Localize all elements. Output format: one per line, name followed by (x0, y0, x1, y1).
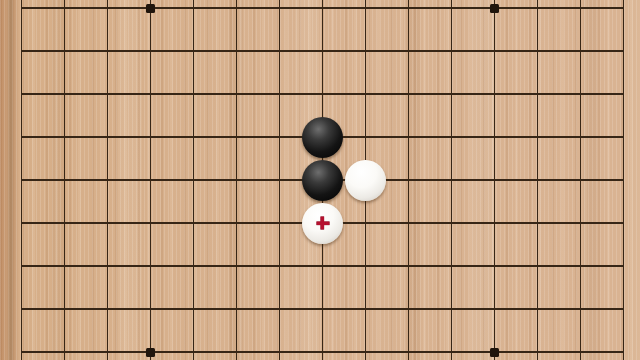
last-move-cross-icon (316, 217, 329, 230)
grid-line-horizontal (21, 7, 625, 9)
grid-line-horizontal (21, 93, 625, 95)
star-point (146, 348, 155, 357)
black-stone (302, 117, 343, 158)
white-stone (302, 203, 343, 244)
white-stone (345, 160, 386, 201)
star-point (490, 348, 499, 357)
grid-line-horizontal (21, 308, 625, 310)
grid-line-horizontal (21, 351, 625, 353)
black-stone (302, 160, 343, 201)
board (0, 0, 640, 360)
star-point (490, 4, 499, 13)
grid-line-horizontal (21, 265, 625, 267)
grid-line-horizontal (21, 50, 625, 52)
board-grid[interactable] (0, 0, 640, 360)
star-point (146, 4, 155, 13)
